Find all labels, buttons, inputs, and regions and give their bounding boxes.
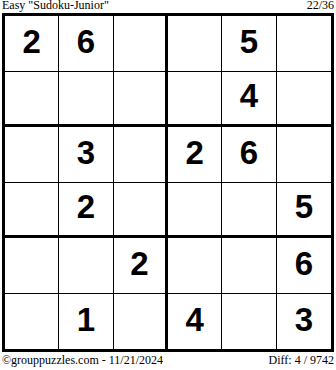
cell-r5c4[interactable]: [168, 238, 222, 294]
cell-r1c6[interactable]: [277, 16, 331, 72]
cell-r3c5: 6: [222, 127, 276, 183]
cell-r4c5[interactable]: [222, 183, 276, 239]
cell-r6c4: 4: [168, 294, 222, 350]
cell-r3c4: 2: [168, 127, 222, 183]
cell-r6c6: 3: [277, 294, 331, 350]
cell-r5c2[interactable]: [59, 238, 113, 294]
cell-r1c5: 5: [222, 16, 276, 72]
cell-r1c2: 6: [59, 16, 113, 72]
cell-r3c6[interactable]: [277, 127, 331, 183]
cell-r3c3[interactable]: [114, 127, 168, 183]
header: Easy "Sudoku-Junior" 22/36: [2, 0, 334, 13]
copyright-text: ©grouppuzzles.com - 11/21/2024: [2, 353, 163, 368]
cell-r4c2: 2: [59, 183, 113, 239]
cell-r2c2[interactable]: [59, 72, 113, 128]
cell-r2c6[interactable]: [277, 72, 331, 128]
difficulty-text: Diff: 4 / 9742: [269, 353, 334, 368]
cell-r2c3[interactable]: [114, 72, 168, 128]
cell-r1c3[interactable]: [114, 16, 168, 72]
cell-r4c6: 5: [277, 183, 331, 239]
cell-r5c6: 6: [277, 238, 331, 294]
cell-r2c1[interactable]: [5, 72, 59, 128]
cell-r5c3: 2: [114, 238, 168, 294]
sudoku-board: 2 6 5 4 3 2 6 2 5 2 6 1 4 3: [2, 13, 334, 352]
cell-r4c1[interactable]: [5, 183, 59, 239]
cell-r1c1: 2: [5, 16, 59, 72]
footer: ©grouppuzzles.com - 11/21/2024 Diff: 4 /…: [2, 353, 334, 368]
cell-r2c4[interactable]: [168, 72, 222, 128]
cell-r5c5[interactable]: [222, 238, 276, 294]
cell-r5c1[interactable]: [5, 238, 59, 294]
cell-r4c3[interactable]: [114, 183, 168, 239]
cell-r4c4[interactable]: [168, 183, 222, 239]
puzzle-counter: 22/36: [307, 0, 334, 13]
cell-r6c5[interactable]: [222, 294, 276, 350]
cell-r6c1[interactable]: [5, 294, 59, 350]
cell-r6c3[interactable]: [114, 294, 168, 350]
cell-r2c5: 4: [222, 72, 276, 128]
cell-r3c2: 3: [59, 127, 113, 183]
puzzle-title: Easy "Sudoku-Junior": [2, 0, 109, 13]
cell-r1c4[interactable]: [168, 16, 222, 72]
cell-r3c1[interactable]: [5, 127, 59, 183]
cell-r6c2: 1: [59, 294, 113, 350]
